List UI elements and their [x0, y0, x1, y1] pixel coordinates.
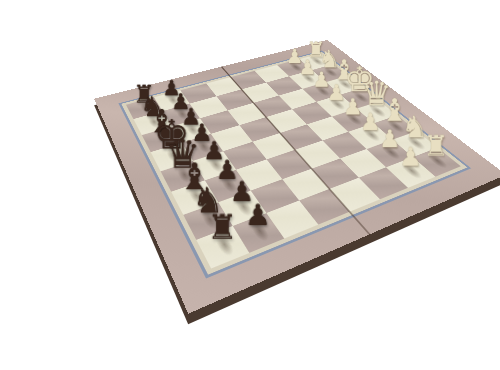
chess-board: ♜♞♝♛♚♝♞♜♟♟♟♟♟♟♟♟♟♟♟♟♟♟♟♟♜♞♝♛♚♝♞♜: [94, 40, 500, 314]
square-d4[interactable]: [280, 125, 322, 151]
photo-background: ♜♞♝♛♚♝♞♜♟♟♟♟♟♟♟♟♟♟♟♟♟♟♟♟♜♞♝♛♚♝♞♜: [0, 0, 500, 370]
piece-white-pawn[interactable]: ♟: [391, 143, 431, 172]
piece-black-rook[interactable]: ♜: [199, 208, 246, 246]
